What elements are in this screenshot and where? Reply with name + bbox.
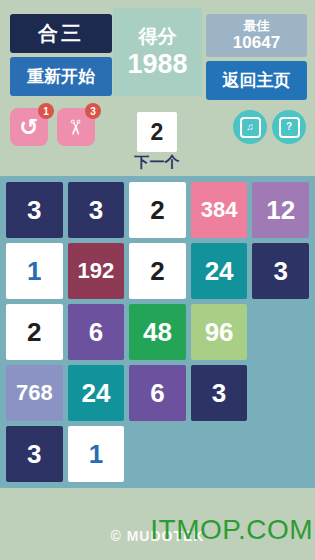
tile-12: 12 [252, 182, 309, 238]
music-toggle-button[interactable]: ♫ [233, 110, 267, 144]
tile-2: 2 [6, 304, 63, 360]
next-label: 下一个 [117, 153, 197, 172]
restart-button[interactable]: 重新开始 [10, 57, 112, 96]
help-icon: ? [279, 117, 300, 138]
next-tile-value: 2 [151, 119, 164, 146]
tile-768: 768 [6, 365, 63, 421]
score-label: 得分 [139, 24, 177, 51]
tile-96: 96 [191, 304, 248, 360]
undo-button[interactable]: ↺ 1 [10, 108, 48, 146]
undo-icon: ↺ [19, 116, 38, 139]
best-score-panel: 最佳 10647 [206, 14, 307, 57]
tile-24: 24 [68, 365, 125, 421]
tile-24: 24 [191, 243, 248, 299]
scissors-button[interactable]: ✂ 3 [57, 108, 95, 146]
tile-384: 384 [191, 182, 248, 238]
tile-3: 3 [252, 243, 309, 299]
tile-2: 2 [129, 182, 186, 238]
empty-cell [252, 365, 309, 421]
tile-2: 2 [129, 243, 186, 299]
empty-cell [129, 426, 186, 482]
best-score-value: 10647 [233, 34, 280, 53]
scissors-icon: ✂ [65, 118, 86, 136]
game-screen: 合三 重新开始 得分 1988 最佳 10647 返回主页 ↺ 1 ✂ 3 2 … [0, 0, 315, 560]
empty-cell [252, 304, 309, 360]
tile-192: 192 [68, 243, 125, 299]
tile-1: 1 [68, 426, 125, 482]
tile-3: 3 [6, 182, 63, 238]
best-score-label: 最佳 [244, 18, 270, 34]
game-title-label: 合三 [38, 20, 84, 47]
music-icon: ♫ [240, 117, 261, 138]
help-button[interactable]: ? [272, 110, 306, 144]
watermark-text: ITMOP.COM [150, 514, 313, 546]
score-panel: 得分 1988 [113, 8, 202, 96]
game-title: 合三 [10, 14, 112, 53]
next-tile-preview: 2 [137, 112, 177, 152]
tile-3: 3 [68, 182, 125, 238]
score-value: 1988 [127, 50, 187, 80]
tile-48: 48 [129, 304, 186, 360]
tile-6: 6 [68, 304, 125, 360]
tile-1: 1 [6, 243, 63, 299]
home-button-label: 返回主页 [223, 69, 291, 92]
undo-count-badge: 1 [38, 103, 54, 119]
tile-6: 6 [129, 365, 186, 421]
empty-cell [252, 426, 309, 482]
scissors-count-badge: 3 [85, 103, 101, 119]
empty-cell [191, 426, 248, 482]
tile-3: 3 [191, 365, 248, 421]
restart-button-label: 重新开始 [27, 65, 95, 88]
tile-3: 3 [6, 426, 63, 482]
board[interactable]: 3323841211922243264896768246331 [0, 176, 315, 488]
home-button[interactable]: 返回主页 [206, 61, 307, 100]
